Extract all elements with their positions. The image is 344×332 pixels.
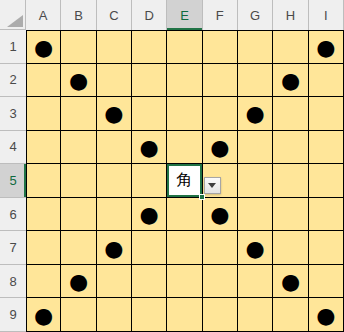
cell-C8[interactable] [97,265,132,299]
cell-C5[interactable] [97,164,132,198]
cell-F9[interactable] [203,298,238,332]
row-header-5[interactable]: 5 [0,164,26,198]
cell-G5[interactable] [238,164,273,198]
cell-H2[interactable]: ● [273,64,308,98]
cell-B1[interactable] [61,30,96,64]
column-header-F[interactable]: F [203,0,238,30]
cell-F2[interactable] [203,64,238,98]
cell-D8[interactable] [132,265,167,299]
cell-E5[interactable]: 角 [167,164,202,198]
move-dot: ● [69,70,88,92]
cell-C7[interactable]: ● [97,231,132,265]
cell-G1[interactable] [238,30,273,64]
cell-C6[interactable] [97,198,132,232]
cell-B3[interactable] [61,97,96,131]
move-dot: ● [210,137,229,159]
cell-C4[interactable] [97,131,132,165]
cell-E3[interactable] [167,97,202,131]
cell-H5[interactable] [273,164,308,198]
move-dot: ● [104,103,123,125]
fill-handle[interactable] [199,194,205,200]
cell-E2[interactable] [167,64,202,98]
cell-C3[interactable]: ● [97,97,132,131]
row-header-1[interactable]: 1 [0,30,26,64]
move-dot: ● [281,271,300,293]
row-header-2[interactable]: 2 [0,64,26,98]
cell-A5[interactable] [26,164,61,198]
cell-B2[interactable]: ● [61,64,96,98]
cell-H4[interactable] [273,131,308,165]
column-header-I[interactable]: I [309,0,344,30]
chevron-down-icon [208,183,216,188]
cell-A3[interactable] [26,97,61,131]
cell-B5[interactable] [61,164,96,198]
move-dot: ● [316,305,335,327]
column-header-C[interactable]: C [97,0,132,30]
select-all-corner[interactable] [0,0,26,30]
validation-dropdown-button[interactable] [204,177,221,194]
cell-B4[interactable] [61,131,96,165]
cell-G9[interactable] [238,298,273,332]
cell-D5[interactable] [132,164,167,198]
move-dot: ● [104,238,123,260]
move-dot: ● [210,204,229,226]
cell-B7[interactable] [61,231,96,265]
cell-D3[interactable] [132,97,167,131]
cell-I7[interactable] [309,231,344,265]
cell-B8[interactable]: ● [61,265,96,299]
cell-B6[interactable] [61,198,96,232]
shogi-bishop-piece: 角 [176,172,192,188]
move-dot: ● [34,305,53,327]
cell-D1[interactable] [132,30,167,64]
cell-A9[interactable]: ● [26,298,61,332]
cell-H3[interactable] [273,97,308,131]
row-header-7[interactable]: 7 [0,231,26,265]
row-header-3[interactable]: 3 [0,97,26,131]
cell-H1[interactable] [273,30,308,64]
cell-D7[interactable] [132,231,167,265]
cell-G4[interactable] [238,131,273,165]
cell-I1[interactable]: ● [309,30,344,64]
cell-E4[interactable] [167,131,202,165]
cell-A7[interactable] [26,231,61,265]
cell-D2[interactable] [132,64,167,98]
cell-A8[interactable] [26,265,61,299]
cell-G2[interactable] [238,64,273,98]
cell-I5[interactable] [309,164,344,198]
cell-G3[interactable]: ● [238,97,273,131]
column-header-H[interactable]: H [273,0,308,30]
cell-F3[interactable] [203,97,238,131]
cell-C1[interactable] [97,30,132,64]
cell-F7[interactable] [203,231,238,265]
column-header-E[interactable]: E [167,0,202,30]
cell-E8[interactable] [167,265,202,299]
cell-A6[interactable] [26,198,61,232]
cell-C9[interactable] [97,298,132,332]
cell-I4[interactable] [309,131,344,165]
row-header-4[interactable]: 4 [0,131,26,165]
cell-F8[interactable] [203,265,238,299]
cell-H6[interactable] [273,198,308,232]
column-header-B[interactable]: B [61,0,96,30]
move-dot: ● [246,103,265,125]
column-header-D[interactable]: D [132,0,167,30]
cell-G6[interactable] [238,198,273,232]
cell-F1[interactable] [203,30,238,64]
move-dot: ● [246,238,265,260]
cell-D9[interactable] [132,298,167,332]
row-header-8[interactable]: 8 [0,265,26,299]
move-dot: ● [69,271,88,293]
cell-I8[interactable] [309,265,344,299]
move-dot: ● [281,70,300,92]
cell-A2[interactable] [26,64,61,98]
cell-I3[interactable] [309,97,344,131]
column-header-G[interactable]: G [238,0,273,30]
cell-G8[interactable] [238,265,273,299]
row-header-6[interactable]: 6 [0,198,26,232]
cell-E7[interactable] [167,231,202,265]
column-header-A[interactable]: A [26,0,61,30]
cell-A1[interactable]: ● [26,30,61,64]
cell-G7[interactable]: ● [238,231,273,265]
cell-E1[interactable] [167,30,202,64]
cell-I2[interactable] [309,64,344,98]
cell-D4[interactable]: ● [132,131,167,165]
cell-E9[interactable] [167,298,202,332]
cell-I9[interactable]: ● [309,298,344,332]
cell-I6[interactable] [309,198,344,232]
spreadsheet-board: ABCDEFGHI1●●2●●3●●4●●5角6●●7●●8●●9●● [0,0,344,332]
cell-D6[interactable]: ● [132,198,167,232]
row-header-9[interactable]: 9 [0,298,26,332]
cell-H9[interactable] [273,298,308,332]
cell-H8[interactable]: ● [273,265,308,299]
cell-H7[interactable] [273,231,308,265]
select-all-triangle-icon [7,15,23,27]
cell-F6[interactable]: ● [203,198,238,232]
move-dot: ● [140,137,159,159]
cell-E6[interactable] [167,198,202,232]
cell-A4[interactable] [26,131,61,165]
cell-B9[interactable] [61,298,96,332]
move-dot: ● [140,204,159,226]
cell-F4[interactable]: ● [203,131,238,165]
move-dot: ● [316,37,335,59]
cell-C2[interactable] [97,64,132,98]
move-dot: ● [34,37,53,59]
